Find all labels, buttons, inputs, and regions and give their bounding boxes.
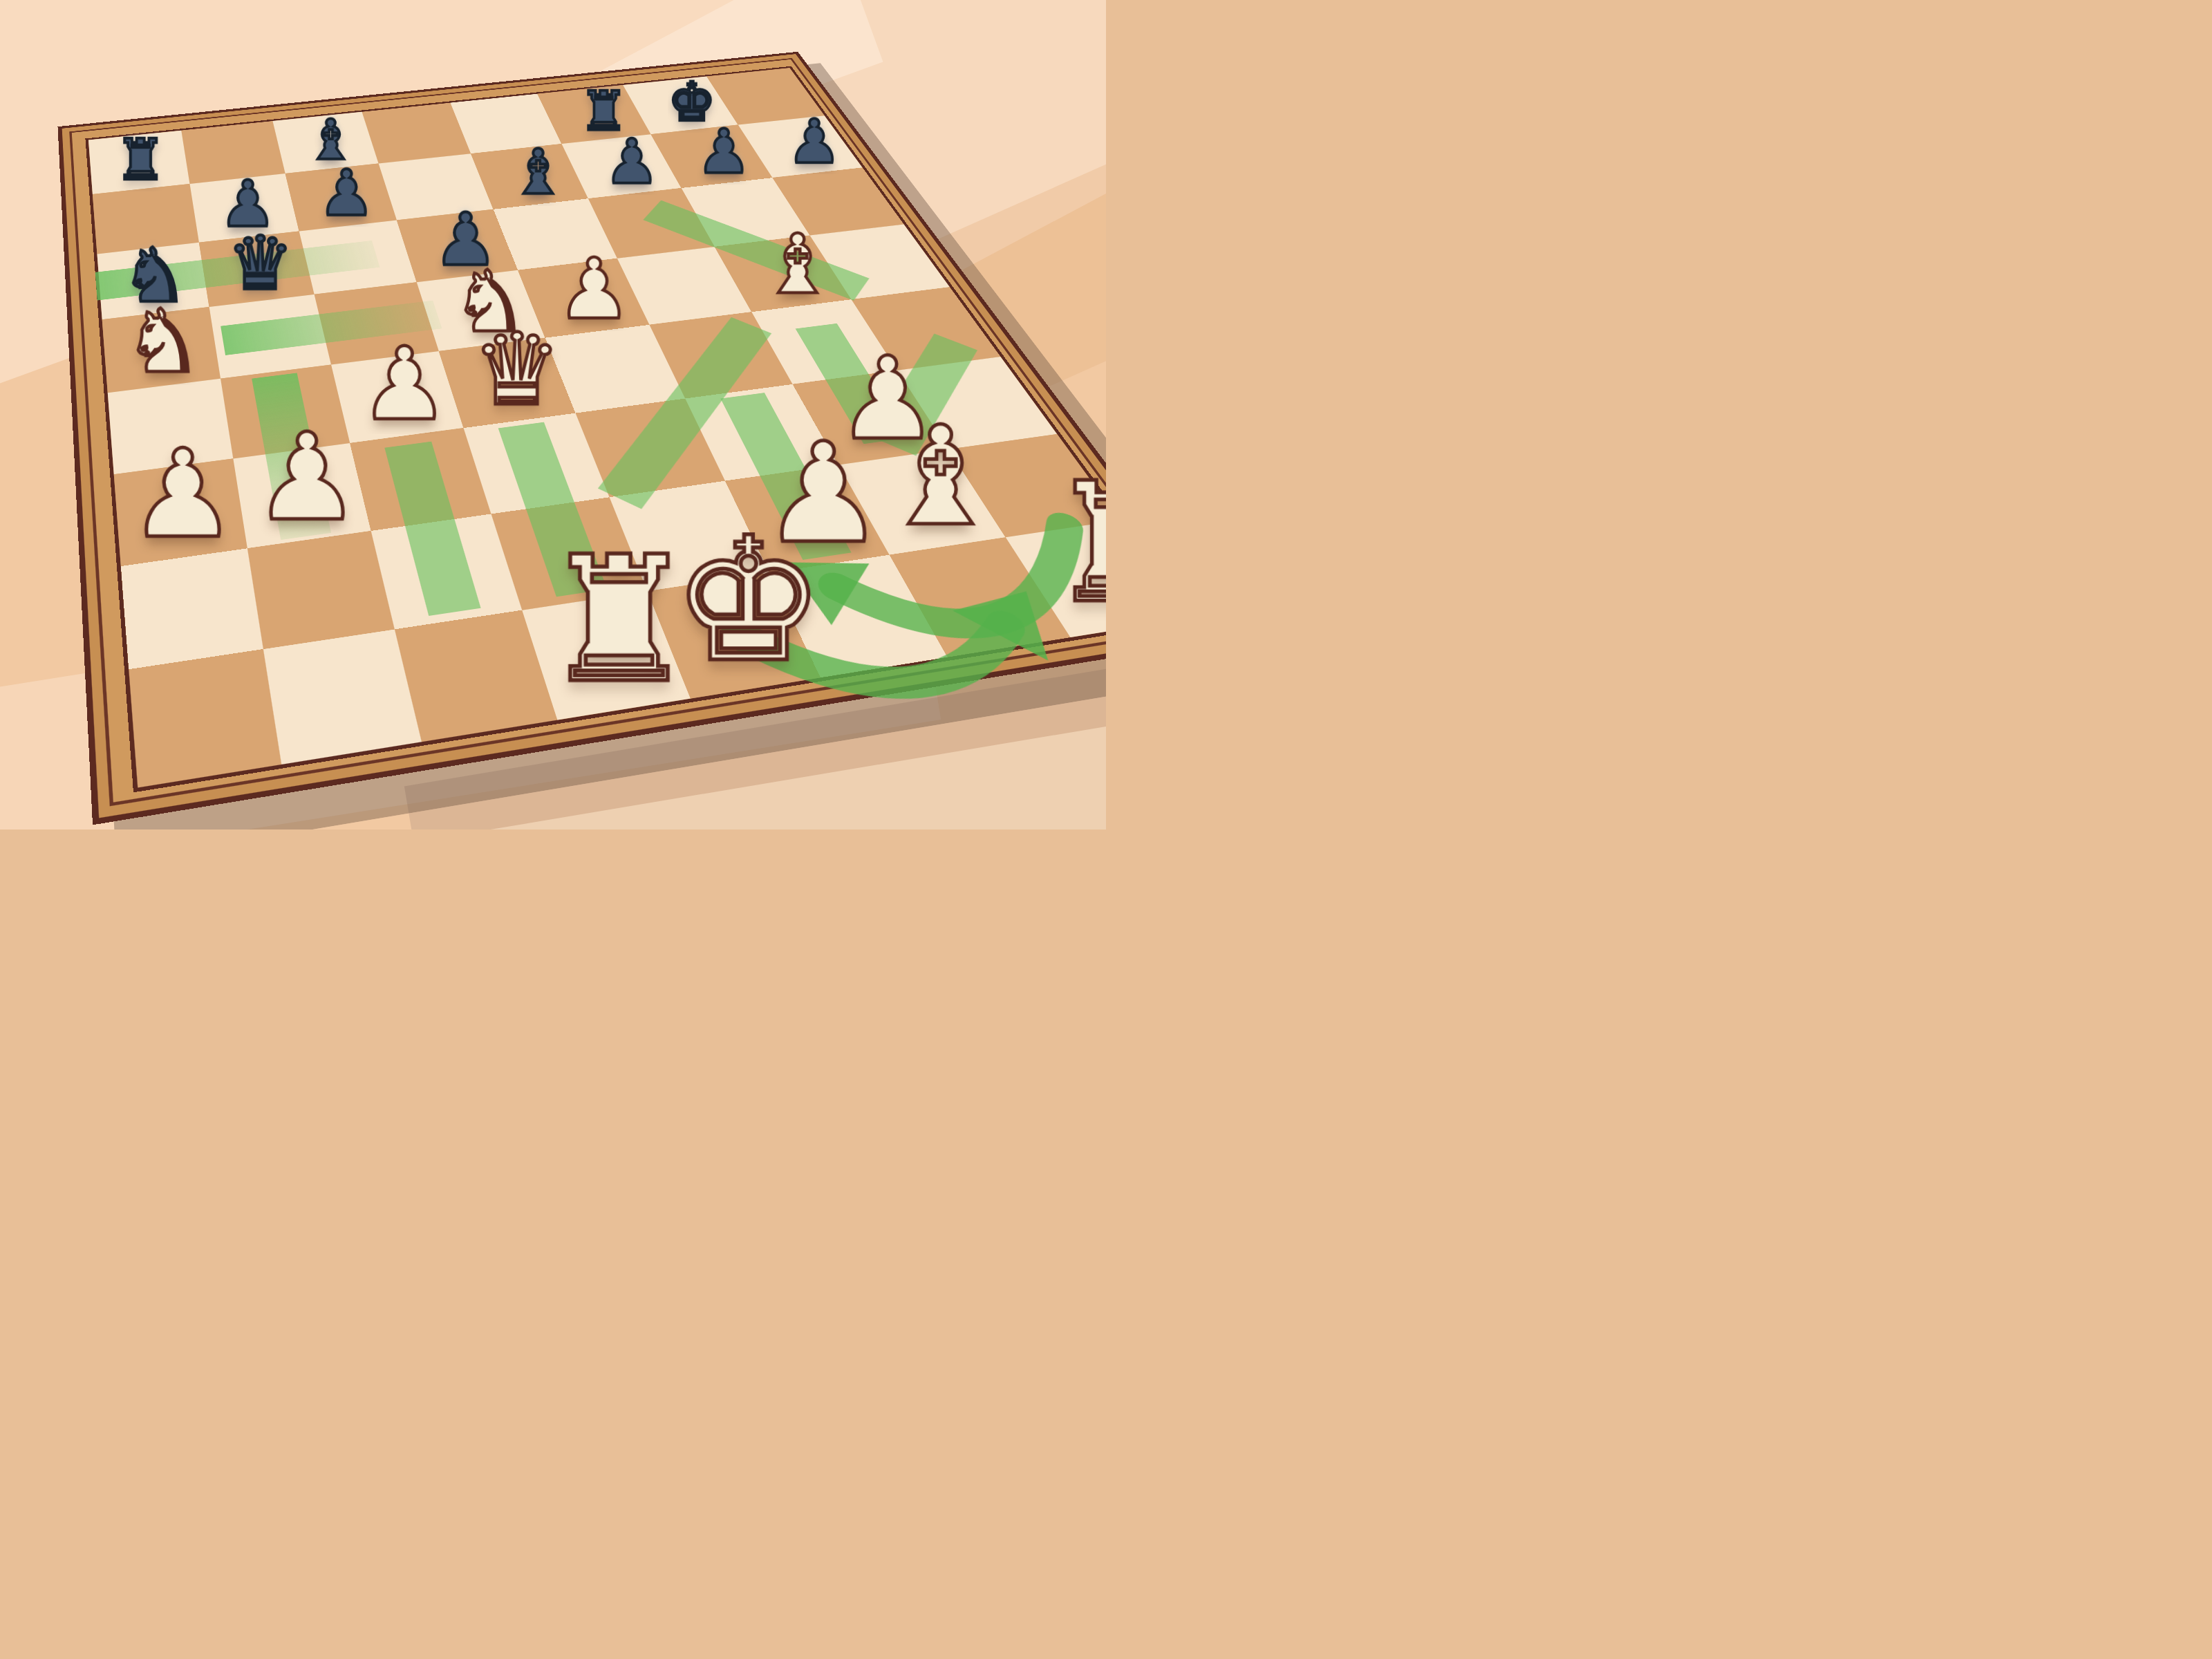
piece-black-pawn-f7: ♟: [604, 131, 659, 193]
illustration-canvas: ♜♝♜♚♟♟♝♟♟♟♞♛♟♞♞♟♝♟♛♟♟♟♟♝♜♚♜: [0, 0, 1106, 829]
piece-black-pawn-c7: ♟: [318, 162, 375, 225]
piece-white-knight-a5: ♞: [124, 298, 203, 385]
piece-black-pawn-h7: ♟: [787, 112, 841, 173]
piece-white-queen-d4: ♛: [472, 320, 561, 420]
piece-white-bishop-g2: ♝: [879, 409, 1002, 545]
scene: ♜♝♜♚♟♟♝♟♟♟♞♛♟♞♞♟♝♟♛♟♟♟♟♝♜♚♜: [0, 0, 1106, 829]
piece-black-bishop-e7: ♝: [511, 141, 567, 203]
piece-black-rook-a8: ♜: [115, 132, 166, 189]
piece-white-pawn-b3: ♟: [253, 418, 361, 538]
piece-black-pawn-g7: ♟: [697, 122, 751, 182]
piece-black-queen-b6: ♛: [227, 227, 294, 301]
piece-white-rook-d1: ♜: [541, 534, 697, 707]
piece-white-pawn-c4: ♟: [359, 334, 449, 434]
chess-board: ♜♝♜♚♟♟♝♟♟♟♞♛♟♞♞♟♝♟♛♟♟♟♟♝♜♚♜: [57, 52, 1106, 825]
piece-white-pawn-a3: ♟: [129, 434, 238, 556]
piece-white-pawn-e5: ♟: [556, 247, 631, 331]
piece-white-bishop-g5: ♝: [760, 223, 834, 306]
piece-white-rook-h1: ♜: [1047, 461, 1106, 626]
